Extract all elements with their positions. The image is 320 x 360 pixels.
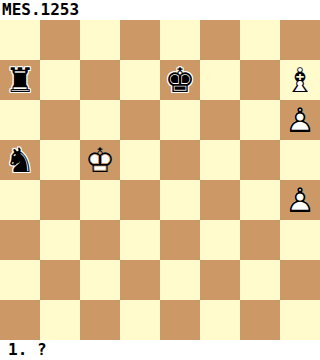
square-e7[interactable]: ♚ — [160, 60, 200, 100]
chess-board: ♜♚♝♗♟♙♞♚♔♟♙ — [0, 20, 320, 340]
square-a7[interactable]: ♜ — [0, 60, 40, 100]
square-e6[interactable] — [160, 100, 200, 140]
square-h1[interactable] — [280, 300, 320, 340]
square-b3[interactable] — [40, 220, 80, 260]
white-piece: ♔ — [80, 140, 120, 180]
square-h5[interactable] — [280, 140, 320, 180]
square-d4[interactable] — [120, 180, 160, 220]
square-a4[interactable] — [0, 180, 40, 220]
square-f4[interactable] — [200, 180, 240, 220]
square-d1[interactable] — [120, 300, 160, 340]
square-h7[interactable]: ♝♗ — [280, 60, 320, 100]
black-piece: ♞ — [0, 140, 40, 180]
square-c2[interactable] — [80, 260, 120, 300]
move-prompt-label: 1. ? — [0, 340, 320, 360]
black-piece: ♜ — [0, 60, 40, 100]
white-piece-fill: ♟ — [280, 100, 320, 140]
square-d7[interactable] — [120, 60, 160, 100]
square-f6[interactable] — [200, 100, 240, 140]
black-piece: ♚ — [160, 60, 200, 100]
square-g4[interactable] — [240, 180, 280, 220]
square-e4[interactable] — [160, 180, 200, 220]
square-d3[interactable] — [120, 220, 160, 260]
square-g5[interactable] — [240, 140, 280, 180]
square-c8[interactable] — [80, 20, 120, 60]
square-h2[interactable] — [280, 260, 320, 300]
square-g3[interactable] — [240, 220, 280, 260]
square-d2[interactable] — [120, 260, 160, 300]
square-c4[interactable] — [80, 180, 120, 220]
square-a5[interactable]: ♞ — [0, 140, 40, 180]
square-g8[interactable] — [240, 20, 280, 60]
white-piece-fill: ♟ — [280, 180, 320, 220]
square-f7[interactable] — [200, 60, 240, 100]
square-a6[interactable] — [0, 100, 40, 140]
square-b6[interactable] — [40, 100, 80, 140]
square-h8[interactable] — [280, 20, 320, 60]
square-c7[interactable] — [80, 60, 120, 100]
square-e3[interactable] — [160, 220, 200, 260]
square-b8[interactable] — [40, 20, 80, 60]
puzzle-id-label: MES.1253 — [0, 0, 320, 20]
square-b4[interactable] — [40, 180, 80, 220]
square-d8[interactable] — [120, 20, 160, 60]
white-piece: ♙ — [280, 100, 320, 140]
square-b1[interactable] — [40, 300, 80, 340]
square-h4[interactable]: ♟♙ — [280, 180, 320, 220]
square-d6[interactable] — [120, 100, 160, 140]
square-b7[interactable] — [40, 60, 80, 100]
square-h6[interactable]: ♟♙ — [280, 100, 320, 140]
white-piece: ♗ — [280, 60, 320, 100]
square-g6[interactable] — [240, 100, 280, 140]
white-piece-fill: ♝ — [280, 60, 320, 100]
square-e1[interactable] — [160, 300, 200, 340]
chess-puzzle-diagram: MES.1253 ♜♚♝♗♟♙♞♚♔♟♙ 1. ? — [0, 0, 320, 360]
square-f5[interactable] — [200, 140, 240, 180]
square-d5[interactable] — [120, 140, 160, 180]
square-e2[interactable] — [160, 260, 200, 300]
square-a3[interactable] — [0, 220, 40, 260]
square-g1[interactable] — [240, 300, 280, 340]
square-e5[interactable] — [160, 140, 200, 180]
square-f2[interactable] — [200, 260, 240, 300]
square-a1[interactable] — [0, 300, 40, 340]
square-h3[interactable] — [280, 220, 320, 260]
square-c6[interactable] — [80, 100, 120, 140]
square-b2[interactable] — [40, 260, 80, 300]
square-f3[interactable] — [200, 220, 240, 260]
white-piece-fill: ♚ — [80, 140, 120, 180]
square-g2[interactable] — [240, 260, 280, 300]
square-c1[interactable] — [80, 300, 120, 340]
square-f8[interactable] — [200, 20, 240, 60]
square-c3[interactable] — [80, 220, 120, 260]
square-g7[interactable] — [240, 60, 280, 100]
square-a8[interactable] — [0, 20, 40, 60]
square-b5[interactable] — [40, 140, 80, 180]
white-piece: ♙ — [280, 180, 320, 220]
square-a2[interactable] — [0, 260, 40, 300]
square-c5[interactable]: ♚♔ — [80, 140, 120, 180]
square-e8[interactable] — [160, 20, 200, 60]
square-f1[interactable] — [200, 300, 240, 340]
